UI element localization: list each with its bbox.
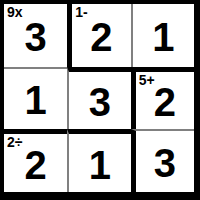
cage-clue: 5+ <box>139 73 155 87</box>
cell-value: 2 <box>25 145 47 185</box>
cell-r2c2[interactable]: 3 <box>131 129 194 192</box>
cell-r1c0[interactable]: 1 <box>4 67 67 130</box>
cell-value: 3 <box>89 82 111 122</box>
cage-clue: 2÷ <box>7 135 22 149</box>
cell-value: 1 <box>89 145 111 185</box>
cell-value: 1 <box>152 17 174 57</box>
cell-r0c1[interactable]: 1-2 <box>67 4 130 67</box>
cell-r0c2[interactable]: 1 <box>131 4 194 67</box>
cell-r2c0[interactable]: 2÷2 <box>4 129 67 192</box>
cell-value: 1 <box>25 80 47 120</box>
cell-value: 3 <box>154 143 176 183</box>
cell-r2c1[interactable]: 1 <box>67 129 130 192</box>
cell-r1c1[interactable]: 3 <box>67 67 130 130</box>
cage-clue: 9x <box>7 5 23 19</box>
cell-r0c0[interactable]: 9x3 <box>4 4 67 67</box>
kenken-board: 9x31-21135+22÷213 <box>0 0 200 200</box>
cell-r1c2[interactable]: 5+2 <box>131 67 194 130</box>
cell-value: 2 <box>90 17 112 57</box>
cell-value: 3 <box>25 17 47 57</box>
cell-value: 2 <box>154 82 176 122</box>
cage-clue: 1- <box>75 5 87 19</box>
